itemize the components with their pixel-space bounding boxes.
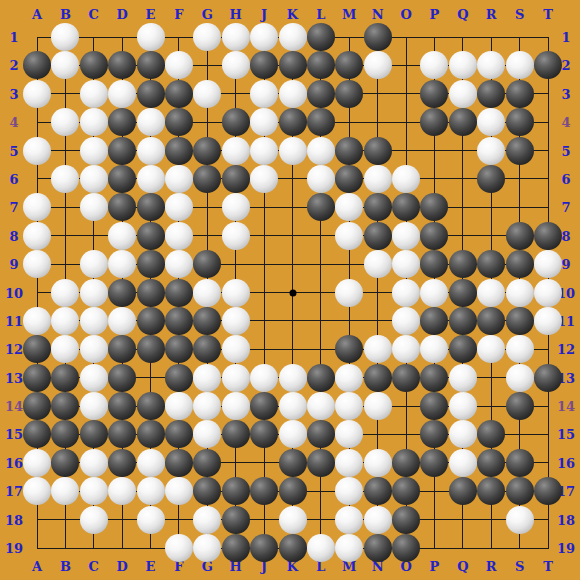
intersection-F3[interactable] [165, 80, 193, 108]
intersection-T6[interactable] [534, 165, 562, 193]
intersection-J12[interactable] [250, 335, 278, 363]
intersection-Q7[interactable] [449, 193, 477, 221]
intersection-B10[interactable] [51, 279, 79, 307]
intersection-N15[interactable] [364, 420, 392, 448]
intersection-G14[interactable] [193, 392, 221, 420]
intersection-D14[interactable] [108, 392, 136, 420]
intersection-Q3[interactable] [449, 80, 477, 108]
intersection-A15[interactable] [23, 420, 51, 448]
intersection-H17[interactable] [222, 477, 250, 505]
intersection-K17[interactable] [279, 477, 307, 505]
intersection-H18[interactable] [222, 506, 250, 534]
intersection-D12[interactable] [108, 335, 136, 363]
intersection-E8[interactable] [137, 222, 165, 250]
intersection-F19[interactable] [165, 534, 193, 562]
intersection-T8[interactable] [534, 222, 562, 250]
intersection-R15[interactable] [477, 420, 505, 448]
intersection-P3[interactable] [420, 80, 448, 108]
intersection-M19[interactable] [335, 534, 363, 562]
intersection-A19[interactable] [23, 534, 51, 562]
intersection-N14[interactable] [364, 392, 392, 420]
intersection-S15[interactable] [506, 420, 534, 448]
intersection-L18[interactable] [307, 506, 335, 534]
intersection-L19[interactable] [307, 534, 335, 562]
intersection-P17[interactable] [420, 477, 448, 505]
intersection-N3[interactable] [364, 80, 392, 108]
intersection-O11[interactable] [392, 307, 420, 335]
intersection-P7[interactable] [420, 193, 448, 221]
intersection-N6[interactable] [364, 165, 392, 193]
intersection-H10[interactable] [222, 279, 250, 307]
intersection-M4[interactable] [335, 108, 363, 136]
intersection-R11[interactable] [477, 307, 505, 335]
intersection-G2[interactable] [193, 51, 221, 79]
intersection-H3[interactable] [222, 80, 250, 108]
intersection-A6[interactable] [23, 165, 51, 193]
intersection-S10[interactable] [506, 279, 534, 307]
intersection-N4[interactable] [364, 108, 392, 136]
intersection-A17[interactable] [23, 477, 51, 505]
intersection-S8[interactable] [506, 222, 534, 250]
intersection-D9[interactable] [108, 250, 136, 278]
intersection-M5[interactable] [335, 137, 363, 165]
intersection-T17[interactable] [534, 477, 562, 505]
intersection-D6[interactable] [108, 165, 136, 193]
intersection-C7[interactable] [80, 193, 108, 221]
intersection-E2[interactable] [137, 51, 165, 79]
intersection-T1[interactable] [534, 23, 562, 51]
intersection-L12[interactable] [307, 335, 335, 363]
intersection-L8[interactable] [307, 222, 335, 250]
intersection-P4[interactable] [420, 108, 448, 136]
intersection-G5[interactable] [193, 137, 221, 165]
intersection-N17[interactable] [364, 477, 392, 505]
intersection-S2[interactable] [506, 51, 534, 79]
intersection-M15[interactable] [335, 420, 363, 448]
intersection-E15[interactable] [137, 420, 165, 448]
intersection-B14[interactable] [51, 392, 79, 420]
intersection-B12[interactable] [51, 335, 79, 363]
intersection-G11[interactable] [193, 307, 221, 335]
intersection-B4[interactable] [51, 108, 79, 136]
intersection-P12[interactable] [420, 335, 448, 363]
intersection-G6[interactable] [193, 165, 221, 193]
intersection-F1[interactable] [165, 23, 193, 51]
intersection-B15[interactable] [51, 420, 79, 448]
intersection-J1[interactable] [250, 23, 278, 51]
intersection-S16[interactable] [506, 449, 534, 477]
intersection-J11[interactable] [250, 307, 278, 335]
intersection-P13[interactable] [420, 364, 448, 392]
intersection-L3[interactable] [307, 80, 335, 108]
intersection-K18[interactable] [279, 506, 307, 534]
intersection-O12[interactable] [392, 335, 420, 363]
intersection-L14[interactable] [307, 392, 335, 420]
intersection-T15[interactable] [534, 420, 562, 448]
intersection-S9[interactable] [506, 250, 534, 278]
intersection-F13[interactable] [165, 364, 193, 392]
intersection-C17[interactable] [80, 477, 108, 505]
intersection-L11[interactable] [307, 307, 335, 335]
intersection-B18[interactable] [51, 506, 79, 534]
intersection-F8[interactable] [165, 222, 193, 250]
intersection-R2[interactable] [477, 51, 505, 79]
intersection-R1[interactable] [477, 23, 505, 51]
intersection-S11[interactable] [506, 307, 534, 335]
intersection-E13[interactable] [137, 364, 165, 392]
intersection-S19[interactable] [506, 534, 534, 562]
intersection-C16[interactable] [80, 449, 108, 477]
intersection-M13[interactable] [335, 364, 363, 392]
intersection-T7[interactable] [534, 193, 562, 221]
intersection-O18[interactable] [392, 506, 420, 534]
intersection-M12[interactable] [335, 335, 363, 363]
intersection-R13[interactable] [477, 364, 505, 392]
intersection-L6[interactable] [307, 165, 335, 193]
intersection-F11[interactable] [165, 307, 193, 335]
intersection-K16[interactable] [279, 449, 307, 477]
intersection-H9[interactable] [222, 250, 250, 278]
intersection-F9[interactable] [165, 250, 193, 278]
intersection-E11[interactable] [137, 307, 165, 335]
intersection-R19[interactable] [477, 534, 505, 562]
intersection-E19[interactable] [137, 534, 165, 562]
intersection-C11[interactable] [80, 307, 108, 335]
intersection-C15[interactable] [80, 420, 108, 448]
intersection-J8[interactable] [250, 222, 278, 250]
intersection-H6[interactable] [222, 165, 250, 193]
intersection-R9[interactable] [477, 250, 505, 278]
intersection-G8[interactable] [193, 222, 221, 250]
intersection-R18[interactable] [477, 506, 505, 534]
intersection-H2[interactable] [222, 51, 250, 79]
intersection-F15[interactable] [165, 420, 193, 448]
intersection-O14[interactable] [392, 392, 420, 420]
intersection-C6[interactable] [80, 165, 108, 193]
intersection-D7[interactable] [108, 193, 136, 221]
intersection-E17[interactable] [137, 477, 165, 505]
intersection-P14[interactable] [420, 392, 448, 420]
intersection-C19[interactable] [80, 534, 108, 562]
intersection-J15[interactable] [250, 420, 278, 448]
intersection-J5[interactable] [250, 137, 278, 165]
intersection-C2[interactable] [80, 51, 108, 79]
intersection-Q6[interactable] [449, 165, 477, 193]
intersection-L2[interactable] [307, 51, 335, 79]
intersection-O9[interactable] [392, 250, 420, 278]
intersection-C1[interactable] [80, 23, 108, 51]
intersection-G13[interactable] [193, 364, 221, 392]
intersection-E1[interactable] [137, 23, 165, 51]
intersection-J10[interactable] [250, 279, 278, 307]
intersection-A3[interactable] [23, 80, 51, 108]
intersection-K12[interactable] [279, 335, 307, 363]
intersection-K1[interactable] [279, 23, 307, 51]
intersection-G3[interactable] [193, 80, 221, 108]
intersection-G10[interactable] [193, 279, 221, 307]
intersection-O15[interactable] [392, 420, 420, 448]
intersection-K11[interactable] [279, 307, 307, 335]
intersection-M3[interactable] [335, 80, 363, 108]
intersection-O4[interactable] [392, 108, 420, 136]
intersection-A14[interactable] [23, 392, 51, 420]
intersection-S14[interactable] [506, 392, 534, 420]
intersection-J3[interactable] [250, 80, 278, 108]
intersection-L7[interactable] [307, 193, 335, 221]
intersection-J16[interactable] [250, 449, 278, 477]
intersection-T2[interactable] [534, 51, 562, 79]
intersection-K10[interactable] [279, 279, 307, 307]
intersection-B11[interactable] [51, 307, 79, 335]
intersection-M11[interactable] [335, 307, 363, 335]
intersection-N5[interactable] [364, 137, 392, 165]
intersection-H1[interactable] [222, 23, 250, 51]
intersection-P15[interactable] [420, 420, 448, 448]
intersection-S17[interactable] [506, 477, 534, 505]
intersection-T19[interactable] [534, 534, 562, 562]
intersection-H19[interactable] [222, 534, 250, 562]
intersection-C12[interactable] [80, 335, 108, 363]
intersection-M9[interactable] [335, 250, 363, 278]
intersection-Q4[interactable] [449, 108, 477, 136]
intersection-L16[interactable] [307, 449, 335, 477]
intersection-C10[interactable] [80, 279, 108, 307]
intersection-D11[interactable] [108, 307, 136, 335]
intersection-N2[interactable] [364, 51, 392, 79]
intersection-R6[interactable] [477, 165, 505, 193]
intersection-C13[interactable] [80, 364, 108, 392]
intersection-P6[interactable] [420, 165, 448, 193]
intersection-O19[interactable] [392, 534, 420, 562]
intersection-B9[interactable] [51, 250, 79, 278]
intersection-G9[interactable] [193, 250, 221, 278]
intersection-J17[interactable] [250, 477, 278, 505]
intersection-D13[interactable] [108, 364, 136, 392]
intersection-E3[interactable] [137, 80, 165, 108]
intersection-P2[interactable] [420, 51, 448, 79]
intersection-A10[interactable] [23, 279, 51, 307]
intersection-G15[interactable] [193, 420, 221, 448]
intersection-N18[interactable] [364, 506, 392, 534]
intersection-E4[interactable] [137, 108, 165, 136]
intersection-E12[interactable] [137, 335, 165, 363]
intersection-O17[interactable] [392, 477, 420, 505]
intersection-S7[interactable] [506, 193, 534, 221]
intersection-K9[interactable] [279, 250, 307, 278]
intersection-Q18[interactable] [449, 506, 477, 534]
intersection-E16[interactable] [137, 449, 165, 477]
intersection-A16[interactable] [23, 449, 51, 477]
intersection-Q19[interactable] [449, 534, 477, 562]
intersection-M14[interactable] [335, 392, 363, 420]
intersection-S6[interactable] [506, 165, 534, 193]
intersection-B16[interactable] [51, 449, 79, 477]
intersection-H16[interactable] [222, 449, 250, 477]
intersection-Q11[interactable] [449, 307, 477, 335]
intersection-D16[interactable] [108, 449, 136, 477]
intersection-D17[interactable] [108, 477, 136, 505]
intersection-L5[interactable] [307, 137, 335, 165]
intersection-E10[interactable] [137, 279, 165, 307]
intersection-P8[interactable] [420, 222, 448, 250]
intersection-G18[interactable] [193, 506, 221, 534]
intersection-S4[interactable] [506, 108, 534, 136]
intersection-O1[interactable] [392, 23, 420, 51]
intersection-A12[interactable] [23, 335, 51, 363]
intersection-Q1[interactable] [449, 23, 477, 51]
intersection-B7[interactable] [51, 193, 79, 221]
intersection-M18[interactable] [335, 506, 363, 534]
intersection-K14[interactable] [279, 392, 307, 420]
intersection-N12[interactable] [364, 335, 392, 363]
intersection-P10[interactable] [420, 279, 448, 307]
intersection-S18[interactable] [506, 506, 534, 534]
intersection-K15[interactable] [279, 420, 307, 448]
intersection-Q17[interactable] [449, 477, 477, 505]
intersection-S1[interactable] [506, 23, 534, 51]
intersection-R16[interactable] [477, 449, 505, 477]
intersection-H13[interactable] [222, 364, 250, 392]
intersection-R12[interactable] [477, 335, 505, 363]
intersection-O10[interactable] [392, 279, 420, 307]
intersection-O3[interactable] [392, 80, 420, 108]
intersection-R14[interactable] [477, 392, 505, 420]
intersection-T4[interactable] [534, 108, 562, 136]
intersection-F16[interactable] [165, 449, 193, 477]
intersection-A1[interactable] [23, 23, 51, 51]
intersection-K3[interactable] [279, 80, 307, 108]
intersection-F12[interactable] [165, 335, 193, 363]
intersection-A9[interactable] [23, 250, 51, 278]
intersection-A13[interactable] [23, 364, 51, 392]
intersection-R7[interactable] [477, 193, 505, 221]
intersection-C14[interactable] [80, 392, 108, 420]
intersection-H14[interactable] [222, 392, 250, 420]
intersection-N13[interactable] [364, 364, 392, 392]
intersection-L4[interactable] [307, 108, 335, 136]
intersection-O7[interactable] [392, 193, 420, 221]
intersection-O13[interactable] [392, 364, 420, 392]
intersection-H4[interactable] [222, 108, 250, 136]
intersection-E7[interactable] [137, 193, 165, 221]
intersection-A2[interactable] [23, 51, 51, 79]
intersection-G17[interactable] [193, 477, 221, 505]
intersection-M2[interactable] [335, 51, 363, 79]
intersection-P1[interactable] [420, 23, 448, 51]
intersection-L13[interactable] [307, 364, 335, 392]
intersection-N11[interactable] [364, 307, 392, 335]
intersection-Q9[interactable] [449, 250, 477, 278]
intersection-Q16[interactable] [449, 449, 477, 477]
intersection-D5[interactable] [108, 137, 136, 165]
intersection-R8[interactable] [477, 222, 505, 250]
intersection-T3[interactable] [534, 80, 562, 108]
intersection-E9[interactable] [137, 250, 165, 278]
intersection-B13[interactable] [51, 364, 79, 392]
intersection-F17[interactable] [165, 477, 193, 505]
intersection-R4[interactable] [477, 108, 505, 136]
intersection-D18[interactable] [108, 506, 136, 534]
intersection-G16[interactable] [193, 449, 221, 477]
intersection-D19[interactable] [108, 534, 136, 562]
intersection-D15[interactable] [108, 420, 136, 448]
intersection-J18[interactable] [250, 506, 278, 534]
intersection-R17[interactable] [477, 477, 505, 505]
intersection-O2[interactable] [392, 51, 420, 79]
intersection-M7[interactable] [335, 193, 363, 221]
intersection-F7[interactable] [165, 193, 193, 221]
intersection-A8[interactable] [23, 222, 51, 250]
intersection-J13[interactable] [250, 364, 278, 392]
intersection-T14[interactable] [534, 392, 562, 420]
intersection-O5[interactable] [392, 137, 420, 165]
intersection-D3[interactable] [108, 80, 136, 108]
intersection-D2[interactable] [108, 51, 136, 79]
intersection-N16[interactable] [364, 449, 392, 477]
intersection-F2[interactable] [165, 51, 193, 79]
intersection-D4[interactable] [108, 108, 136, 136]
intersection-Q13[interactable] [449, 364, 477, 392]
intersection-Q10[interactable] [449, 279, 477, 307]
intersection-F6[interactable] [165, 165, 193, 193]
intersection-M17[interactable] [335, 477, 363, 505]
intersection-J7[interactable] [250, 193, 278, 221]
intersection-G19[interactable] [193, 534, 221, 562]
intersection-B19[interactable] [51, 534, 79, 562]
intersection-T18[interactable] [534, 506, 562, 534]
intersection-H15[interactable] [222, 420, 250, 448]
intersection-L15[interactable] [307, 420, 335, 448]
intersection-E5[interactable] [137, 137, 165, 165]
intersection-T16[interactable] [534, 449, 562, 477]
intersection-F10[interactable] [165, 279, 193, 307]
intersection-M10[interactable] [335, 279, 363, 307]
intersection-K13[interactable] [279, 364, 307, 392]
intersection-C3[interactable] [80, 80, 108, 108]
intersection-Q2[interactable] [449, 51, 477, 79]
intersection-L1[interactable] [307, 23, 335, 51]
intersection-T13[interactable] [534, 364, 562, 392]
intersection-M6[interactable] [335, 165, 363, 193]
intersection-B5[interactable] [51, 137, 79, 165]
intersection-P18[interactable] [420, 506, 448, 534]
intersection-B2[interactable] [51, 51, 79, 79]
intersection-H12[interactable] [222, 335, 250, 363]
intersection-C4[interactable] [80, 108, 108, 136]
intersection-A7[interactable] [23, 193, 51, 221]
intersection-S3[interactable] [506, 80, 534, 108]
intersection-Q5[interactable] [449, 137, 477, 165]
intersection-F4[interactable] [165, 108, 193, 136]
intersection-R10[interactable] [477, 279, 505, 307]
intersection-C5[interactable] [80, 137, 108, 165]
intersection-C18[interactable] [80, 506, 108, 534]
intersection-J2[interactable] [250, 51, 278, 79]
intersection-S5[interactable] [506, 137, 534, 165]
intersection-H11[interactable] [222, 307, 250, 335]
intersection-J4[interactable] [250, 108, 278, 136]
intersection-P9[interactable] [420, 250, 448, 278]
intersection-A5[interactable] [23, 137, 51, 165]
intersection-Q8[interactable] [449, 222, 477, 250]
intersection-D1[interactable] [108, 23, 136, 51]
intersection-Q14[interactable] [449, 392, 477, 420]
intersection-M16[interactable] [335, 449, 363, 477]
intersection-S12[interactable] [506, 335, 534, 363]
intersection-O8[interactable] [392, 222, 420, 250]
intersection-B1[interactable] [51, 23, 79, 51]
intersection-K8[interactable] [279, 222, 307, 250]
